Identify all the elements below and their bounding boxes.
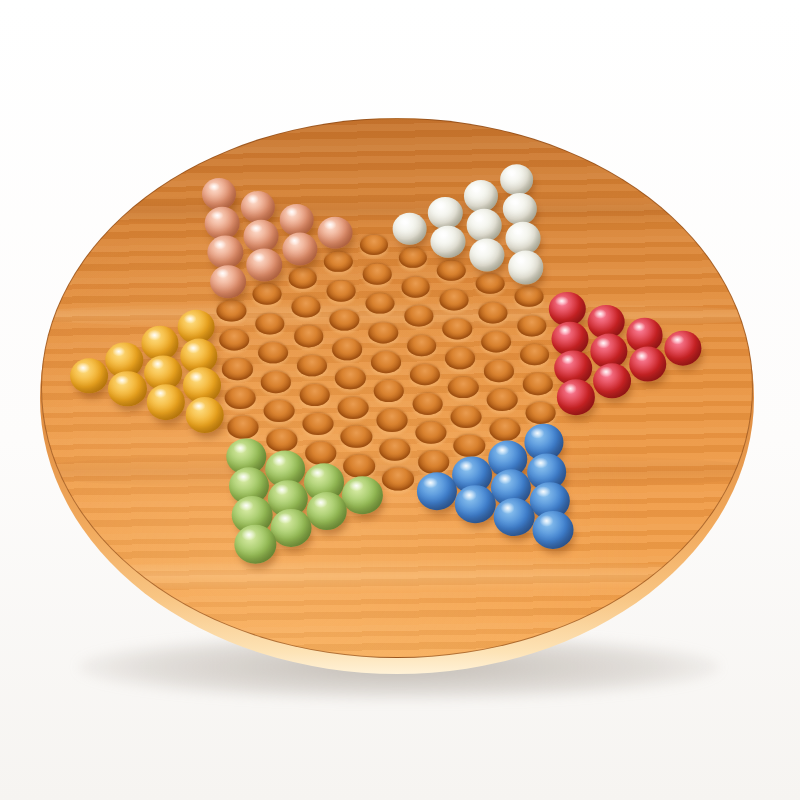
board-hole[interactable] [332,339,362,360]
marble-white[interactable] [431,225,466,258]
board-hole[interactable] [225,387,256,409]
marble-blue[interactable] [455,485,495,523]
marble-green[interactable] [342,476,382,514]
marble-red[interactable] [629,347,667,382]
board-hole[interactable] [412,393,443,415]
marble-white[interactable] [392,213,427,245]
marble-white[interactable] [469,238,504,271]
marble-white[interactable] [500,164,534,195]
board-hole[interactable] [404,306,433,327]
board-hole[interactable] [514,286,543,307]
board-hole[interactable] [407,335,437,356]
board-hole[interactable] [365,293,394,314]
board-hole[interactable] [371,351,401,373]
board-hole[interactable] [264,400,295,422]
board-hole[interactable] [258,342,288,363]
marble-blue[interactable] [532,511,573,549]
board-hole[interactable] [363,264,392,284]
board-hole[interactable] [222,358,252,380]
board-hole[interactable] [338,397,369,419]
board-hole[interactable] [335,368,365,390]
board-hole[interactable] [418,451,450,474]
board-hole[interactable] [379,438,410,461]
board-hole[interactable] [299,384,330,406]
board-hole[interactable] [305,442,337,465]
marble-yellow[interactable] [108,371,146,407]
marble-pink[interactable] [318,216,353,249]
marble-red[interactable] [593,363,631,398]
board-hole[interactable] [382,467,414,490]
marble-pink[interactable] [246,249,282,282]
board-hole[interactable] [297,355,327,377]
marble-red[interactable] [557,379,595,415]
board-hole[interactable] [525,402,556,424]
marble-pink[interactable] [241,191,275,223]
marble-pink[interactable] [205,207,240,239]
board-hole[interactable] [302,413,333,435]
board-hole[interactable] [343,454,375,477]
marble-white[interactable] [464,180,498,212]
marble-white[interactable] [467,209,502,241]
board-hole[interactable] [451,406,482,428]
marble-pink[interactable] [244,220,279,253]
marble-pink[interactable] [282,232,317,265]
marble-pink[interactable] [279,204,314,236]
board-hole[interactable] [253,284,282,305]
board-hole[interactable] [410,364,440,386]
marble-pink[interactable] [210,265,246,298]
marble-green[interactable] [235,525,276,564]
board-hole[interactable] [291,297,320,318]
board-hole[interactable] [476,273,505,294]
marble-white[interactable] [508,251,544,284]
marble-pink[interactable] [208,236,243,269]
chinese-checkers-board-photo [0,0,800,800]
board-hole[interactable] [360,235,388,255]
marble-green[interactable] [271,509,312,547]
board-hole[interactable] [294,326,324,347]
marble-yellow[interactable] [147,384,185,420]
board-hole[interactable] [440,290,469,311]
marble-red[interactable] [665,331,702,366]
board-hole[interactable] [220,329,250,350]
marble-white[interactable] [505,222,540,255]
board-hole[interactable] [522,373,552,395]
board-hole[interactable] [261,371,291,393]
board-hole[interactable] [478,302,507,323]
board-hole[interactable] [487,389,518,411]
board-hole[interactable] [330,310,359,331]
marble-green[interactable] [306,492,347,530]
marble-pink[interactable] [202,178,236,210]
board-hole[interactable] [484,360,514,382]
board-hole[interactable] [481,331,511,352]
marble-blue[interactable] [494,498,535,536]
board-hole[interactable] [368,322,398,343]
board-hole[interactable] [288,268,317,289]
board-hole[interactable] [327,281,356,302]
marble-yellow[interactable] [185,397,224,433]
board-hole[interactable] [217,300,246,321]
board-hole[interactable] [377,409,408,431]
board-hole[interactable] [374,380,404,402]
marble-yellow[interactable] [70,358,108,393]
board-hole[interactable] [401,277,430,298]
board-hole[interactable] [448,377,478,399]
